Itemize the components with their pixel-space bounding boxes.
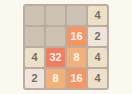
tile-4-r4c4: 4	[88, 69, 107, 88]
tile-16-r4c3: 16	[67, 69, 86, 88]
tile-4-r3c1: 4	[25, 48, 44, 67]
tile-8-r3c3: 8	[67, 48, 86, 67]
empty-cell-r1c2	[46, 6, 65, 25]
tile-32-r3c2: 32	[46, 48, 65, 67]
tile-2-r4c1: 2	[25, 69, 44, 88]
empty-cell-r1c3	[67, 6, 86, 25]
empty-cell-r2c2	[46, 27, 65, 46]
empty-cell-r2c1	[25, 27, 44, 46]
tile-4-r1c4: 4	[88, 6, 107, 25]
board-2048: 41624328428164	[23, 4, 109, 90]
tile-2-r2c4: 2	[88, 27, 107, 46]
tile-16-r2c3: 16	[67, 27, 86, 46]
empty-cell-r1c1	[25, 6, 44, 25]
tile-4-r3c4: 4	[88, 48, 107, 67]
tile-8-r4c2: 8	[46, 69, 65, 88]
